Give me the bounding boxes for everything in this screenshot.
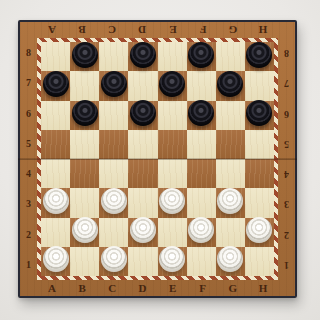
square-f5[interactable] (187, 130, 216, 159)
file-label-bottom-d: D (127, 280, 157, 296)
square-c3[interactable] (99, 188, 128, 217)
square-a3[interactable] (41, 188, 70, 217)
square-g4[interactable] (216, 159, 245, 188)
file-labels-top: ABCDEFGH (37, 22, 278, 38)
playing-field (37, 38, 278, 280)
white-man-g1[interactable] (217, 246, 243, 272)
square-e3[interactable] (158, 188, 187, 217)
file-label-top-a: A (37, 22, 67, 38)
square-e2[interactable] (158, 218, 187, 247)
file-label-top-h: H (248, 22, 278, 38)
file-labels-bottom: ABCDEFGH (37, 280, 278, 296)
square-b1[interactable] (70, 247, 99, 276)
rank-label-left-7: 7 (20, 68, 37, 98)
black-man-h6[interactable] (246, 100, 272, 126)
checkers-board: ABCDEFGH 87654321 87654321 ABCDEFGH (18, 20, 297, 298)
square-h7[interactable] (245, 71, 274, 100)
square-g5[interactable] (216, 130, 245, 159)
black-man-g7[interactable] (217, 71, 243, 97)
file-label-bottom-b: B (67, 280, 97, 296)
square-h3[interactable] (245, 188, 274, 217)
photo-background: ABCDEFGH 87654321 87654321 ABCDEFGH (0, 0, 320, 320)
rank-labels-left: 87654321 (20, 38, 37, 280)
rank-label-left-3: 3 (20, 189, 37, 219)
rank-label-right-8: 8 (278, 38, 295, 68)
square-a8[interactable] (41, 42, 70, 71)
rank-label-right-1: 1 (278, 250, 295, 280)
black-man-e7[interactable] (159, 71, 185, 97)
square-f7[interactable] (187, 71, 216, 100)
file-label-top-g: G (218, 22, 248, 38)
square-a1[interactable] (41, 247, 70, 276)
black-man-d8[interactable] (130, 42, 156, 68)
black-man-f6[interactable] (188, 100, 214, 126)
rank-label-right-4: 4 (278, 159, 295, 189)
square-c2[interactable] (99, 218, 128, 247)
file-label-bottom-g: G (218, 280, 248, 296)
black-man-b6[interactable] (72, 100, 98, 126)
square-b8[interactable] (70, 42, 99, 71)
square-a5[interactable] (41, 130, 70, 159)
file-label-top-c: C (97, 22, 127, 38)
square-h4[interactable] (245, 159, 274, 188)
square-g6[interactable] (216, 101, 245, 130)
square-f8[interactable] (187, 42, 216, 71)
square-g7[interactable] (216, 71, 245, 100)
square-c4[interactable] (99, 159, 128, 188)
square-b7[interactable] (70, 71, 99, 100)
rank-labels-right: 87654321 (278, 38, 295, 280)
rank-label-right-3: 3 (278, 189, 295, 219)
white-man-c1[interactable] (101, 246, 127, 272)
square-e8[interactable] (158, 42, 187, 71)
white-man-d2[interactable] (130, 217, 156, 243)
black-man-f8[interactable] (188, 42, 214, 68)
rank-label-left-4: 4 (20, 159, 37, 189)
rank-label-right-2: 2 (278, 220, 295, 250)
square-c6[interactable] (99, 101, 128, 130)
white-man-g3[interactable] (217, 188, 243, 214)
square-d2[interactable] (128, 218, 157, 247)
file-label-top-d: D (127, 22, 157, 38)
square-g1[interactable] (216, 247, 245, 276)
square-a6[interactable] (41, 101, 70, 130)
square-h8[interactable] (245, 42, 274, 71)
square-b4[interactable] (70, 159, 99, 188)
square-f4[interactable] (187, 159, 216, 188)
rank-label-left-2: 2 (20, 220, 37, 250)
rank-label-right-5: 5 (278, 129, 295, 159)
square-e7[interactable] (158, 71, 187, 100)
white-man-e1[interactable] (159, 246, 185, 272)
square-c8[interactable] (99, 42, 128, 71)
white-man-b2[interactable] (72, 217, 98, 243)
square-h5[interactable] (245, 130, 274, 159)
square-d3[interactable] (128, 188, 157, 217)
square-h2[interactable] (245, 218, 274, 247)
file-label-top-e: E (158, 22, 188, 38)
square-a4[interactable] (41, 159, 70, 188)
square-d1[interactable] (128, 247, 157, 276)
black-man-c7[interactable] (101, 71, 127, 97)
black-man-b8[interactable] (72, 42, 98, 68)
square-d7[interactable] (128, 71, 157, 100)
file-label-bottom-c: C (97, 280, 127, 296)
white-man-a1[interactable] (43, 246, 69, 272)
square-f3[interactable] (187, 188, 216, 217)
square-h1[interactable] (245, 247, 274, 276)
square-b3[interactable] (70, 188, 99, 217)
square-c7[interactable] (99, 71, 128, 100)
file-label-bottom-a: A (37, 280, 67, 296)
white-man-f2[interactable] (188, 217, 214, 243)
square-b6[interactable] (70, 101, 99, 130)
square-b5[interactable] (70, 130, 99, 159)
rank-label-left-1: 1 (20, 250, 37, 280)
square-f2[interactable] (187, 218, 216, 247)
square-b2[interactable] (70, 218, 99, 247)
square-d6[interactable] (128, 101, 157, 130)
black-man-d6[interactable] (130, 100, 156, 126)
black-man-a7[interactable] (43, 71, 69, 97)
rank-label-left-6: 6 (20, 99, 37, 129)
square-g3[interactable] (216, 188, 245, 217)
square-g8[interactable] (216, 42, 245, 71)
square-f6[interactable] (187, 101, 216, 130)
white-man-h2[interactable] (246, 217, 272, 243)
white-man-a3[interactable] (43, 188, 69, 214)
square-a7[interactable] (41, 71, 70, 100)
square-a2[interactable] (41, 218, 70, 247)
rank-label-left-8: 8 (20, 38, 37, 68)
white-man-c3[interactable] (101, 188, 127, 214)
square-e5[interactable] (158, 130, 187, 159)
square-d8[interactable] (128, 42, 157, 71)
square-d4[interactable] (128, 159, 157, 188)
black-man-h8[interactable] (246, 42, 272, 68)
square-e1[interactable] (158, 247, 187, 276)
square-e4[interactable] (158, 159, 187, 188)
square-e6[interactable] (158, 101, 187, 130)
square-d5[interactable] (128, 130, 157, 159)
rank-label-right-6: 6 (278, 99, 295, 129)
rank-label-right-7: 7 (278, 68, 295, 98)
file-label-bottom-f: F (188, 280, 218, 296)
squares-grid (41, 42, 274, 276)
square-f1[interactable] (187, 247, 216, 276)
file-label-top-f: F (188, 22, 218, 38)
file-label-top-b: B (67, 22, 97, 38)
square-g2[interactable] (216, 218, 245, 247)
square-c5[interactable] (99, 130, 128, 159)
file-label-bottom-h: H (248, 280, 278, 296)
square-h6[interactable] (245, 101, 274, 130)
rank-label-left-5: 5 (20, 129, 37, 159)
file-label-bottom-e: E (158, 280, 188, 296)
white-man-e3[interactable] (159, 188, 185, 214)
square-c1[interactable] (99, 247, 128, 276)
